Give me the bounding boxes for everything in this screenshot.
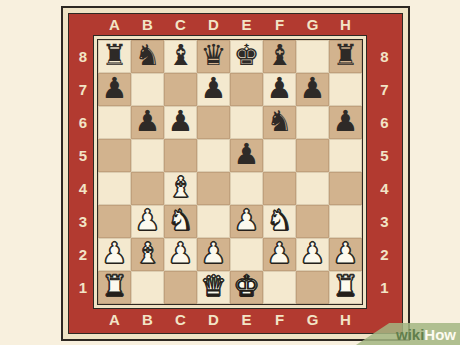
white-pawn[interactable]: ♟ — [102, 239, 128, 268]
square-a5[interactable] — [98, 139, 131, 172]
black-knight[interactable]: ♞ — [135, 41, 161, 70]
white-pawn[interactable]: ♟ — [333, 239, 359, 268]
square-d6[interactable] — [197, 106, 230, 139]
square-d2[interactable]: ♟ — [197, 238, 230, 271]
white-king[interactable]: ♚ — [234, 272, 260, 301]
white-pawn[interactable]: ♟ — [168, 239, 194, 268]
square-a4[interactable] — [98, 172, 131, 205]
file-label-b: B — [131, 307, 164, 331]
rank-labels-right: 87654321 — [367, 40, 402, 304]
file-label-e: E — [230, 307, 263, 331]
white-rook[interactable]: ♜ — [333, 272, 359, 301]
square-g2[interactable]: ♟ — [296, 238, 329, 271]
watermark-how-text: How — [424, 326, 456, 343]
rank-label-5: 5 — [367, 139, 402, 172]
square-e8[interactable]: ♚ — [230, 40, 263, 73]
black-bishop[interactable]: ♝ — [267, 41, 293, 70]
file-label-b: B — [131, 14, 164, 35]
black-pawn[interactable]: ♟ — [234, 140, 260, 169]
rank-label-6: 6 — [71, 106, 95, 139]
square-c8[interactable]: ♝ — [164, 40, 197, 73]
square-h2[interactable]: ♟ — [329, 238, 362, 271]
square-b3[interactable]: ♟ — [131, 205, 164, 238]
square-g7[interactable]: ♟ — [296, 73, 329, 106]
square-d8[interactable]: ♛ — [197, 40, 230, 73]
square-f3[interactable]: ♞ — [263, 205, 296, 238]
square-g6[interactable] — [296, 106, 329, 139]
square-e1[interactable]: ♚ — [230, 271, 263, 304]
square-b5[interactable] — [131, 139, 164, 172]
rank-label-3: 3 — [71, 205, 95, 238]
square-d7[interactable]: ♟ — [197, 73, 230, 106]
file-label-c: C — [164, 307, 197, 331]
square-a3[interactable] — [98, 205, 131, 238]
black-pawn[interactable]: ♟ — [168, 107, 194, 136]
rank-labels-left: 87654321 — [71, 40, 95, 304]
square-h6[interactable]: ♟ — [329, 106, 362, 139]
square-b1[interactable] — [131, 271, 164, 304]
white-rook[interactable]: ♜ — [102, 272, 128, 301]
white-pawn[interactable]: ♟ — [135, 206, 161, 235]
black-pawn[interactable]: ♟ — [333, 107, 359, 136]
square-a2[interactable]: ♟ — [98, 238, 131, 271]
file-label-d: D — [197, 14, 230, 35]
rank-label-2: 2 — [71, 238, 95, 271]
square-g3[interactable] — [296, 205, 329, 238]
white-pawn[interactable]: ♟ — [201, 239, 227, 268]
rank-label-7: 7 — [367, 73, 402, 106]
black-knight[interactable]: ♞ — [267, 107, 293, 136]
black-pawn[interactable]: ♟ — [135, 107, 161, 136]
watermark-wiki-text: wiki — [396, 326, 424, 343]
file-label-e: E — [230, 14, 263, 35]
file-label-g: G — [296, 14, 329, 35]
file-label-a: A — [98, 307, 131, 331]
square-e3[interactable]: ♟ — [230, 205, 263, 238]
black-rook[interactable]: ♜ — [102, 41, 128, 70]
square-e5[interactable]: ♟ — [230, 139, 263, 172]
squares-grid: ♜♞♝♛♚♝♜♟♟♟♟♟♟♞♟♟♝♟♞♟♞♟♝♟♟♟♟♟♜♛♚♜ — [98, 40, 362, 304]
square-e7[interactable] — [230, 73, 263, 106]
square-c5[interactable] — [164, 139, 197, 172]
square-b2[interactable]: ♝ — [131, 238, 164, 271]
square-b7[interactable] — [131, 73, 164, 106]
black-pawn[interactable]: ♟ — [300, 74, 326, 103]
white-pawn[interactable]: ♟ — [234, 206, 260, 235]
white-pawn[interactable]: ♟ — [300, 239, 326, 268]
white-bishop[interactable]: ♝ — [168, 173, 194, 202]
black-queen[interactable]: ♛ — [201, 41, 227, 70]
square-a8[interactable]: ♜ — [98, 40, 131, 73]
rank-label-8: 8 — [367, 40, 402, 73]
white-queen[interactable]: ♛ — [201, 272, 227, 301]
square-d3[interactable] — [197, 205, 230, 238]
square-c3[interactable]: ♞ — [164, 205, 197, 238]
square-f1[interactable] — [263, 271, 296, 304]
square-c4[interactable]: ♝ — [164, 172, 197, 205]
file-labels-bottom: ABCDEFGH — [98, 307, 362, 331]
square-b4[interactable] — [131, 172, 164, 205]
square-b8[interactable]: ♞ — [131, 40, 164, 73]
rank-label-2: 2 — [367, 238, 402, 271]
chess-board: ABCDEFGH ABCDEFGH 87654321 87654321 ♜♞♝♛… — [61, 6, 410, 341]
black-pawn[interactable]: ♟ — [201, 74, 227, 103]
square-f8[interactable]: ♝ — [263, 40, 296, 73]
square-d1[interactable]: ♛ — [197, 271, 230, 304]
square-f5[interactable] — [263, 139, 296, 172]
square-h3[interactable] — [329, 205, 362, 238]
square-f2[interactable]: ♟ — [263, 238, 296, 271]
black-pawn[interactable]: ♟ — [102, 74, 128, 103]
square-f7[interactable]: ♟ — [263, 73, 296, 106]
file-label-f: F — [263, 307, 296, 331]
square-b6[interactable]: ♟ — [131, 106, 164, 139]
rank-label-1: 1 — [71, 271, 95, 304]
square-h7[interactable] — [329, 73, 362, 106]
black-pawn[interactable]: ♟ — [267, 74, 293, 103]
square-g8[interactable] — [296, 40, 329, 73]
black-bishop[interactable]: ♝ — [168, 41, 194, 70]
file-label-c: C — [164, 14, 197, 35]
black-rook[interactable]: ♜ — [333, 41, 359, 70]
square-c2[interactable]: ♟ — [164, 238, 197, 271]
rank-label-5: 5 — [71, 139, 95, 172]
white-pawn[interactable]: ♟ — [267, 239, 293, 268]
file-label-g: G — [296, 307, 329, 331]
file-labels-top: ABCDEFGH — [98, 14, 362, 35]
file-label-h: H — [329, 14, 362, 35]
file-label-a: A — [98, 14, 131, 35]
square-h5[interactable] — [329, 139, 362, 172]
square-g4[interactable] — [296, 172, 329, 205]
black-king[interactable]: ♚ — [234, 41, 260, 70]
rank-label-4: 4 — [71, 172, 95, 205]
square-g5[interactable] — [296, 139, 329, 172]
white-bishop[interactable]: ♝ — [135, 239, 161, 268]
file-label-d: D — [197, 307, 230, 331]
rank-label-4: 4 — [367, 172, 402, 205]
rank-label-8: 8 — [71, 40, 95, 73]
square-e6[interactable] — [230, 106, 263, 139]
white-knight[interactable]: ♞ — [267, 206, 293, 235]
square-c1[interactable] — [164, 271, 197, 304]
square-h8[interactable]: ♜ — [329, 40, 362, 73]
square-e2[interactable] — [230, 238, 263, 271]
square-e4[interactable] — [230, 172, 263, 205]
rank-label-6: 6 — [367, 106, 402, 139]
square-a1[interactable]: ♜ — [98, 271, 131, 304]
square-c6[interactable]: ♟ — [164, 106, 197, 139]
square-d4[interactable] — [197, 172, 230, 205]
square-g1[interactable] — [296, 271, 329, 304]
square-h1[interactable]: ♜ — [329, 271, 362, 304]
square-d5[interactable] — [197, 139, 230, 172]
rank-label-1: 1 — [367, 271, 402, 304]
square-f4[interactable] — [263, 172, 296, 205]
white-knight[interactable]: ♞ — [168, 206, 194, 235]
square-c7[interactable] — [164, 73, 197, 106]
square-a7[interactable]: ♟ — [98, 73, 131, 106]
square-a6[interactable] — [98, 106, 131, 139]
rank-label-3: 3 — [367, 205, 402, 238]
file-label-f: F — [263, 14, 296, 35]
rank-label-7: 7 — [71, 73, 95, 106]
square-f6[interactable]: ♞ — [263, 106, 296, 139]
square-h4[interactable] — [329, 172, 362, 205]
file-label-h: H — [329, 307, 362, 331]
